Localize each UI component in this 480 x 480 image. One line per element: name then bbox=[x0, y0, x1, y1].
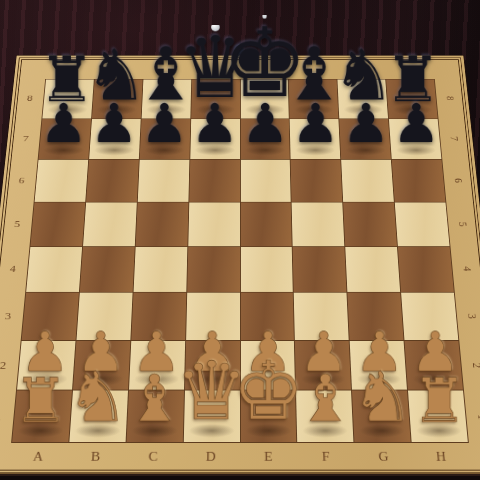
square-f7[interactable]: ♟ bbox=[290, 119, 341, 159]
square-g1[interactable]: ♞ bbox=[352, 391, 411, 442]
square-h5[interactable] bbox=[395, 202, 450, 246]
piece-black-pawn-g7[interactable]: ♟ bbox=[342, 97, 390, 151]
square-d5[interactable] bbox=[188, 202, 240, 246]
piece-black-pawn-e7[interactable]: ♟ bbox=[241, 97, 289, 151]
coordinate-label: 6 bbox=[8, 159, 35, 202]
square-e4[interactable] bbox=[240, 247, 293, 292]
square-a1[interactable]: ♜ bbox=[12, 391, 72, 442]
square-f5[interactable] bbox=[292, 202, 345, 246]
square-b1[interactable]: ♞ bbox=[69, 391, 128, 442]
piece-black-pawn-b7[interactable]: ♟ bbox=[90, 97, 138, 151]
square-e1[interactable]: ♚ bbox=[240, 391, 296, 442]
square-h6[interactable] bbox=[392, 160, 446, 202]
chess-board: 87654321 87654321 ABCDEFGH ♜♞♝♛♚♝♞♜♟♟♟♟♟… bbox=[0, 56, 480, 476]
square-a4[interactable] bbox=[26, 247, 82, 292]
square-d7[interactable]: ♟ bbox=[190, 119, 240, 159]
square-h7[interactable]: ♟ bbox=[389, 119, 441, 159]
coordinate-label: 7 bbox=[12, 118, 39, 159]
piece-black-pawn-c7[interactable]: ♟ bbox=[140, 97, 188, 151]
square-c4[interactable] bbox=[133, 247, 187, 292]
piece-white-knight-b1[interactable]: ♞ bbox=[67, 363, 129, 432]
square-e7[interactable]: ♟ bbox=[240, 119, 290, 159]
coordinate-label: E bbox=[240, 446, 298, 469]
square-c6[interactable] bbox=[138, 160, 190, 202]
piece-black-pawn-d7[interactable]: ♟ bbox=[191, 97, 239, 151]
piece-white-king-e1[interactable]: ♚ bbox=[232, 351, 304, 432]
coordinate-label: B bbox=[67, 446, 126, 469]
square-b5[interactable] bbox=[83, 202, 137, 246]
square-e5[interactable] bbox=[240, 202, 292, 246]
piece-white-rook-a1[interactable]: ♜ bbox=[14, 371, 69, 432]
square-c7[interactable]: ♟ bbox=[139, 119, 190, 159]
square-h1[interactable]: ♜ bbox=[408, 391, 468, 442]
coordinate-label: F bbox=[297, 446, 355, 469]
coordinate-label: 5 bbox=[449, 202, 477, 246]
square-a7[interactable]: ♟ bbox=[39, 119, 91, 159]
chess-board-squares: ♜♞♝♛♚♝♞♜♟♟♟♟♟♟♟♟♟♟♟♟♟♟♟♟♜♞♝♛♚♝♞♜ bbox=[11, 79, 469, 443]
square-d6[interactable] bbox=[189, 160, 240, 202]
square-a6[interactable] bbox=[35, 160, 89, 202]
square-b6[interactable] bbox=[86, 160, 139, 202]
coordinate-label: 4 bbox=[0, 246, 27, 292]
coordinate-label: A bbox=[9, 446, 68, 469]
square-g7[interactable]: ♟ bbox=[339, 119, 390, 159]
square-e6[interactable] bbox=[240, 160, 291, 202]
square-b4[interactable] bbox=[80, 247, 135, 292]
square-f4[interactable] bbox=[293, 247, 347, 292]
square-b7[interactable]: ♟ bbox=[89, 119, 140, 159]
coordinate-label: D bbox=[182, 446, 240, 469]
finial-white-spike-icon bbox=[263, 6, 267, 19]
square-g4[interactable] bbox=[345, 247, 400, 292]
piece-black-pawn-f7[interactable]: ♟ bbox=[291, 97, 339, 151]
square-g5[interactable] bbox=[343, 202, 397, 246]
table-surface: 87654321 87654321 ABCDEFGH ♜♞♝♛♚♝♞♜♟♟♟♟♟… bbox=[0, 0, 480, 480]
piece-white-bishop-f1[interactable]: ♝ bbox=[296, 367, 354, 432]
square-d4[interactable] bbox=[187, 247, 240, 292]
coordinate-label: C bbox=[124, 446, 182, 469]
piece-black-pawn-h7[interactable]: ♟ bbox=[392, 97, 440, 151]
square-f1[interactable]: ♝ bbox=[296, 391, 353, 442]
coordinate-label: 6 bbox=[445, 159, 472, 202]
coordinate-label: G bbox=[355, 446, 414, 469]
piece-white-knight-g1[interactable]: ♞ bbox=[351, 363, 413, 432]
coordinate-label: H bbox=[412, 446, 471, 469]
coordinate-label: 1 bbox=[467, 391, 480, 443]
square-h4[interactable] bbox=[398, 247, 454, 292]
coordinate-label: 3 bbox=[0, 292, 22, 340]
square-a5[interactable] bbox=[30, 202, 85, 246]
square-g6[interactable] bbox=[341, 160, 394, 202]
piece-white-rook-h1[interactable]: ♜ bbox=[412, 371, 467, 432]
coordinate-label: 5 bbox=[3, 202, 31, 246]
coordinate-label: 7 bbox=[441, 118, 468, 159]
coordinate-label: 3 bbox=[458, 292, 480, 340]
file-labels-bottom: ABCDEFGH bbox=[9, 446, 472, 469]
coordinate-label: 4 bbox=[453, 246, 480, 292]
table-front-edge bbox=[0, 473, 480, 480]
finial-white-ball-icon bbox=[211, 23, 220, 32]
square-d1[interactable]: ♛ bbox=[183, 391, 239, 442]
piece-black-pawn-a7[interactable]: ♟ bbox=[40, 97, 88, 151]
square-f6[interactable] bbox=[291, 160, 343, 202]
square-c5[interactable] bbox=[135, 202, 188, 246]
